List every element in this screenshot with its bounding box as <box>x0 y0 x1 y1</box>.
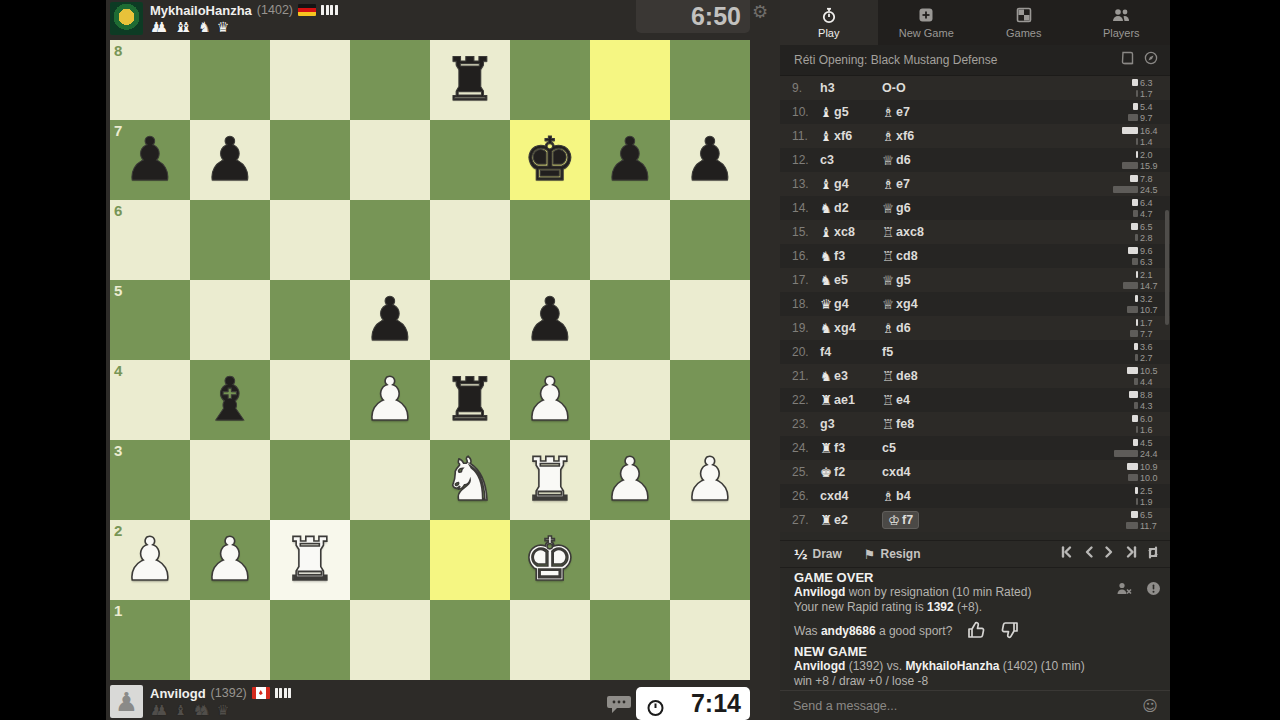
tab-label: Games <box>1006 27 1041 39</box>
white-piece-icon: ♜ <box>820 512 832 528</box>
move-times: 6.52.8 <box>1112 222 1166 243</box>
white-piece-icon: ♞ <box>820 272 832 288</box>
move-times: 10.910.0 <box>1112 462 1166 483</box>
black-move-9[interactable]: O-O <box>882 81 1112 95</box>
file-label-b: b <box>256 661 265 678</box>
square-e2[interactable] <box>430 520 510 600</box>
black-move-23[interactable]: ♖fe8 <box>882 416 1112 432</box>
move-times: 5.49.7 <box>1112 102 1166 123</box>
white-move-27[interactable]: ♜e2 <box>820 512 882 528</box>
white-move-11[interactable]: ♝xf6 <box>820 128 882 144</box>
connection-signal-icon <box>275 688 292 698</box>
black-move-27[interactable]: ♔f7 <box>882 511 1112 529</box>
game-over-result: Anvilogd won by resignation (10 min Rate… <box>794 585 1031 599</box>
square-h7[interactable]: ♟ <box>670 120 750 200</box>
move-row-27: 27.♜e2♔f76.511.7 <box>780 508 1170 532</box>
square-g8[interactable] <box>590 40 670 120</box>
white-move-17[interactable]: ♞e5 <box>820 272 882 288</box>
white-move-21[interactable]: ♞e3 <box>820 368 882 384</box>
black-bishop-b4[interactable]: ♝ <box>190 360 270 440</box>
black-piece-icon: ♗ <box>882 176 894 192</box>
move-number: 12. <box>792 153 820 167</box>
black-king-f7[interactable]: ♚ <box>510 120 590 200</box>
move-number: 25. <box>792 465 820 479</box>
square-g2[interactable] <box>590 520 670 600</box>
square-d5[interactable]: ♟ <box>350 280 430 360</box>
opening-name: Réti Opening: Black Mustang Defense <box>794 53 1121 67</box>
move-times: 2.114.7 <box>1112 270 1166 291</box>
board-icon <box>1016 7 1032 24</box>
tab-new-game[interactable]: New Game <box>878 0 976 45</box>
square-d1[interactable]: d <box>350 600 430 680</box>
square-f8[interactable] <box>510 40 590 120</box>
move-times: 2.51.9 <box>1112 486 1166 507</box>
file-label-g: g <box>656 661 665 678</box>
white-piece-icon: ♝ <box>820 224 832 240</box>
black-piece-icon: ♕ <box>882 200 894 216</box>
message-input[interactable]: Send a message... <box>793 699 1142 713</box>
move-times: 4.524.4 <box>1112 438 1166 459</box>
square-f6[interactable] <box>510 200 590 280</box>
move-number: 18. <box>792 297 820 311</box>
rank-label-5: 5 <box>114 282 122 299</box>
move-number: 13. <box>792 177 820 191</box>
go-to-start-button[interactable] <box>1060 545 1075 563</box>
square-h2[interactable] <box>670 520 750 600</box>
opening-row: Réti Opening: Black Mustang Defense <box>780 45 1170 76</box>
square-d4[interactable]: ♟ <box>350 360 430 440</box>
square-e3[interactable]: ♞ <box>430 440 510 520</box>
active-clock-icon <box>646 694 665 720</box>
rank-label-6: 6 <box>114 202 122 219</box>
move-times: 6.511.7 <box>1112 510 1166 531</box>
square-c6[interactable] <box>270 200 350 280</box>
rank-label-4: 4 <box>114 362 122 379</box>
black-piece-icon: ♖ <box>882 392 894 408</box>
settings-gear-icon[interactable]: ⚙ <box>752 1 768 22</box>
rating-update: Your new Rapid rating is 1392 (+8). <box>794 600 982 614</box>
black-move-17[interactable]: ♕g5 <box>882 272 1112 288</box>
file-label-d: d <box>416 661 425 678</box>
square-c7[interactable] <box>270 120 350 200</box>
move-times: 2.015.9 <box>1112 150 1166 171</box>
black-move-13[interactable]: ♗e7 <box>882 176 1112 192</box>
square-g7[interactable]: ♟ <box>590 120 670 200</box>
bottom-player-avatar[interactable]: ♟ <box>110 685 143 718</box>
resign-button[interactable]: ⚑ Resign <box>864 547 921 562</box>
next-move-button[interactable] <box>1103 545 1115 563</box>
square-c4[interactable] <box>270 360 350 440</box>
black-piece-icon: ♔ <box>888 512 900 528</box>
square-h8[interactable] <box>670 40 750 120</box>
black-piece-icon: ♗ <box>882 488 894 504</box>
white-king-f2[interactable]: ♚ <box>510 520 590 600</box>
square-h1[interactable]: h <box>670 600 750 680</box>
stopwatch-icon <box>821 7 837 24</box>
bottom-player-rating: (1392) <box>211 686 247 700</box>
move-times: 7.824.5 <box>1112 174 1166 195</box>
rating-odds: win +8 / draw +0 / lose -8 <box>794 674 928 688</box>
move-number: 20. <box>792 345 820 359</box>
white-pawn-f4[interactable]: ♟ <box>510 360 590 440</box>
black-piece-icon: ♕ <box>882 152 894 168</box>
square-g4[interactable] <box>590 360 670 440</box>
move-row-23: 23.g3♖fe86.01.6 <box>780 412 1170 436</box>
move-row-10: 10.♝g5♗e75.49.7 <box>780 100 1170 124</box>
white-move-23[interactable]: g3 <box>820 417 882 431</box>
square-h5[interactable] <box>670 280 750 360</box>
move-list-scrollbar[interactable] <box>1165 210 1169 325</box>
square-h6[interactable] <box>670 200 750 280</box>
rank-label-8: 8 <box>114 42 122 59</box>
message-row: Send a message... ☺ <box>780 690 1170 720</box>
new-game-title: NEW GAME <box>794 644 867 659</box>
black-move-26[interactable]: ♗b4 <box>882 488 1112 504</box>
move-times: 8.84.3 <box>1112 390 1166 411</box>
black-piece-icon: ♗ <box>882 128 894 144</box>
white-pawn-h3[interactable]: ♟ <box>670 440 750 520</box>
square-d2[interactable] <box>350 520 430 600</box>
new-game-matchup: Anvilogd (1392) vs. MykhailoHanzha (1402… <box>794 659 1085 673</box>
square-g6[interactable] <box>590 200 670 280</box>
move-row-13: 13.♝g4♗e77.824.5 <box>780 172 1170 196</box>
white-piece-icon: ♝ <box>820 104 832 120</box>
white-piece-icon: ♞ <box>820 368 832 384</box>
square-f4[interactable]: ♟ <box>510 360 590 440</box>
previous-move-button[interactable] <box>1083 545 1095 563</box>
germany-flag-icon <box>298 4 316 16</box>
white-piece-icon: ♛ <box>820 296 832 312</box>
move-row-12: 12.c3♕d62.015.9 <box>780 148 1170 172</box>
black-rook-e4[interactable]: ♜ <box>430 360 510 440</box>
black-piece-icon: ♗ <box>882 104 894 120</box>
square-d6[interactable] <box>350 200 430 280</box>
bottom-captured-pieces: ♟♟♝♞♞♛ <box>150 702 229 718</box>
move-row-15: 15.♝xc8♖axc86.52.8 <box>780 220 1170 244</box>
black-piece-icon: ♖ <box>882 248 894 264</box>
square-c8[interactable] <box>270 40 350 120</box>
black-move-12[interactable]: ♕d6 <box>882 152 1112 168</box>
sidebar-panel: PlayNew GameGamesPlayers Réti Opening: B… <box>780 0 1170 720</box>
file-label-f: f <box>580 661 585 678</box>
top-player-avatar[interactable] <box>110 2 143 35</box>
white-move-10[interactable]: ♝g5 <box>820 104 882 120</box>
square-h4[interactable] <box>670 360 750 440</box>
black-move-22[interactable]: ♖e4 <box>882 392 1112 408</box>
good-sport-prompt: Was andy8686 a good sport? <box>794 620 1020 643</box>
move-times: 9.66.3 <box>1112 246 1166 267</box>
report-icon[interactable] <box>1146 581 1161 600</box>
square-a5[interactable]: 5 <box>110 280 190 360</box>
black-move-11[interactable]: ♗xf6 <box>882 128 1112 144</box>
white-pawn-g3[interactable]: ♟ <box>590 440 670 520</box>
move-number: 14. <box>792 201 820 215</box>
explorer-compass-icon[interactable] <box>1144 51 1158 69</box>
white-piece-icon: ♝ <box>820 176 832 192</box>
square-a8[interactable]: 8 <box>110 40 190 120</box>
tab-label: Players <box>1103 27 1140 39</box>
white-move-9[interactable]: h3 <box>820 81 882 95</box>
move-times: 6.01.6 <box>1112 414 1166 435</box>
square-b4[interactable]: ♝ <box>190 360 270 440</box>
move-number: 26. <box>792 489 820 503</box>
square-b2[interactable]: ♟ <box>190 520 270 600</box>
move-row-25: 25.♚f2cxd410.910.0 <box>780 460 1170 484</box>
bottom-player-clock: 7:14 <box>636 687 750 720</box>
tab-players[interactable]: Players <box>1073 0 1171 45</box>
square-a7[interactable]: 7♟ <box>110 120 190 200</box>
move-times: 10.54.4 <box>1112 366 1166 387</box>
square-e6[interactable] <box>430 200 510 280</box>
move-row-22: 22.♜ae1♖e48.84.3 <box>780 388 1170 412</box>
draw-button[interactable]: ½ Draw <box>794 547 842 562</box>
square-f5[interactable]: ♟ <box>510 280 590 360</box>
square-g1[interactable]: g <box>590 600 670 680</box>
square-a3[interactable]: 3 <box>110 440 190 520</box>
move-row-26: 26.cxd4♗b42.51.9 <box>780 484 1170 508</box>
app-window: MykhailoHanzha (1402) ♟♟♝♝♞♛ ♟ Anvilogd … <box>0 0 1280 720</box>
white-piece-icon: ♞ <box>820 200 832 216</box>
white-rook-f3[interactable]: ♜ <box>510 440 590 520</box>
game-controls: ½ Draw ⚑ Resign <box>780 540 1170 568</box>
black-piece-icon: ♖ <box>882 224 894 240</box>
white-pawn-d4[interactable]: ♟ <box>350 360 430 440</box>
move-number: 21. <box>792 369 820 383</box>
white-move-16[interactable]: ♞f3 <box>820 248 882 264</box>
move-number: 27. <box>792 513 820 527</box>
square-f2[interactable]: ♚ <box>510 520 590 600</box>
emoji-smiley-icon[interactable]: ☺ <box>1142 697 1158 715</box>
top-player-clock: 6:50 <box>636 0 750 33</box>
square-d7[interactable] <box>350 120 430 200</box>
move-row-24: 24.♜f3c54.524.4 <box>780 436 1170 460</box>
square-b1[interactable]: b <box>190 600 270 680</box>
move-times: 1.77.7 <box>1112 318 1166 339</box>
white-pawn-b2[interactable]: ♟ <box>190 520 270 600</box>
top-captured-pieces: ♟♟♝♝♞♛ <box>150 19 229 35</box>
black-move-19[interactable]: ♗d6 <box>882 320 1112 336</box>
black-piece-icon: ♗ <box>882 320 894 336</box>
white-move-20[interactable]: f4 <box>820 345 882 359</box>
move-row-21: 21.♞e3♖de810.54.4 <box>780 364 1170 388</box>
white-move-19[interactable]: ♞xg4 <box>820 320 882 336</box>
move-row-9: 9.h3O-O6.31.7 <box>780 76 1170 100</box>
file-label-e: e <box>497 661 505 678</box>
white-move-12[interactable]: c3 <box>820 153 882 167</box>
square-f7[interactable]: ♚ <box>510 120 590 200</box>
opening-book-icon[interactable] <box>1121 51 1135 69</box>
white-move-14[interactable]: ♞d2 <box>820 200 882 216</box>
white-move-13[interactable]: ♝g4 <box>820 176 882 192</box>
white-move-25[interactable]: ♚f2 <box>820 464 882 480</box>
black-move-10[interactable]: ♗e7 <box>882 104 1112 120</box>
square-a1[interactable]: 1a <box>110 600 190 680</box>
black-piece-icon: ♕ <box>882 296 894 312</box>
move-list: 9.h3O-O6.31.710.♝g5♗e75.49.711.♝xf6♗xf61… <box>780 76 1170 540</box>
square-d3[interactable] <box>350 440 430 520</box>
white-rook-c2[interactable]: ♜ <box>270 520 350 600</box>
square-g3[interactable]: ♟ <box>590 440 670 520</box>
flip-board-button[interactable] <box>1146 545 1160 564</box>
thumbs-up-icon[interactable] <box>966 620 986 643</box>
game-over-title: GAME OVER <box>794 570 873 585</box>
square-a2[interactable]: 2♟ <box>110 520 190 600</box>
white-knight-e3[interactable]: ♞ <box>430 440 510 520</box>
square-e7[interactable] <box>430 120 510 200</box>
half-point-icon: ½ <box>794 547 807 562</box>
tab-label: Play <box>818 27 839 39</box>
square-e5[interactable] <box>430 280 510 360</box>
black-move-18[interactable]: ♕xg4 <box>882 296 1112 312</box>
white-move-18[interactable]: ♛g4 <box>820 296 882 312</box>
black-pawn-h7[interactable]: ♟ <box>670 120 750 200</box>
square-c2[interactable]: ♜ <box>270 520 350 600</box>
square-b7[interactable]: ♟ <box>190 120 270 200</box>
square-b8[interactable] <box>190 40 270 120</box>
move-number: 10. <box>792 105 820 119</box>
square-b3[interactable] <box>190 440 270 520</box>
square-c1[interactable]: c <box>270 600 350 680</box>
move-row-17: 17.♞e5♕g52.114.7 <box>780 268 1170 292</box>
move-number: 16. <box>792 249 820 263</box>
white-piece-icon: ♞ <box>820 248 832 264</box>
square-a4[interactable]: 4 <box>110 360 190 440</box>
move-row-19: 19.♞xg4♗d61.77.7 <box>780 316 1170 340</box>
move-times: 16.41.4 <box>1112 126 1166 147</box>
top-player-name[interactable]: MykhailoHanzha <box>150 3 252 18</box>
white-pawn-a2[interactable]: ♟ <box>110 520 190 600</box>
square-a6[interactable]: 6 <box>110 200 190 280</box>
chat-bubble-icon[interactable] <box>606 693 632 719</box>
players-icon <box>1112 7 1130 24</box>
tab-play[interactable]: Play <box>780 0 878 45</box>
block-player-icon[interactable] <box>1116 581 1132 600</box>
black-pawn-a7[interactable]: ♟ <box>110 120 190 200</box>
tab-games[interactable]: Games <box>975 0 1073 45</box>
plus-icon <box>918 7 934 24</box>
square-h3[interactable]: ♟ <box>670 440 750 520</box>
black-rook-e8[interactable]: ♜ <box>430 40 510 120</box>
chess-board[interactable]: 8♜7♟♟♚♟♟65♟♟4♝♟♜♟3♞♜♟♟2♟♟♜♚1abcdefgh <box>110 40 750 680</box>
tab-label: New Game <box>899 27 954 39</box>
move-number: 23. <box>792 417 820 431</box>
move-number: 17. <box>792 273 820 287</box>
move-row-11: 11.♝xf6♗xf616.41.4 <box>780 124 1170 148</box>
tab-bar: PlayNew GameGamesPlayers <box>780 0 1170 45</box>
black-move-16[interactable]: ♖cd8 <box>882 248 1112 264</box>
resign-flag-icon: ⚑ <box>864 547 876 562</box>
move-times: 3.210.7 <box>1112 294 1166 315</box>
square-b6[interactable] <box>190 200 270 280</box>
square-e4[interactable]: ♜ <box>430 360 510 440</box>
file-label-c: c <box>337 661 345 678</box>
move-row-14: 14.♞d2♕g66.44.7 <box>780 196 1170 220</box>
square-b5[interactable] <box>190 280 270 360</box>
square-d8[interactable] <box>350 40 430 120</box>
move-number: 22. <box>792 393 820 407</box>
move-times: 6.31.7 <box>1112 78 1166 99</box>
square-f3[interactable]: ♜ <box>510 440 590 520</box>
square-f1[interactable]: f <box>510 600 590 680</box>
square-e1[interactable]: e <box>430 600 510 680</box>
go-to-end-button[interactable] <box>1123 545 1138 563</box>
move-number: 15. <box>792 225 820 239</box>
black-piece-icon: ♕ <box>882 272 894 288</box>
black-move-24[interactable]: c5 <box>882 441 1112 455</box>
black-move-21[interactable]: ♖de8 <box>882 368 1112 384</box>
canada-flag-icon <box>252 687 270 699</box>
black-piece-icon: ♖ <box>882 368 894 384</box>
white-piece-icon: ♚ <box>820 464 832 480</box>
black-pawn-f5[interactable]: ♟ <box>510 280 590 360</box>
white-piece-icon: ♜ <box>820 440 832 456</box>
black-pawn-d5[interactable]: ♟ <box>350 280 430 360</box>
rank-label-3: 3 <box>114 442 122 459</box>
white-move-26[interactable]: cxd4 <box>820 489 882 503</box>
white-move-22[interactable]: ♜ae1 <box>820 392 882 408</box>
black-move-14[interactable]: ♕g6 <box>882 200 1112 216</box>
white-piece-icon: ♞ <box>820 320 832 336</box>
move-number: 11. <box>792 129 820 143</box>
black-move-15[interactable]: ♖axc8 <box>882 224 1112 240</box>
white-piece-icon: ♝ <box>820 128 832 144</box>
connection-signal-icon <box>321 5 338 15</box>
move-number: 9. <box>792 81 820 95</box>
white-piece-icon: ♜ <box>820 392 832 408</box>
file-label-h: h <box>736 661 745 678</box>
move-number: 24. <box>792 441 820 455</box>
square-c3[interactable] <box>270 440 350 520</box>
square-c5[interactable] <box>270 280 350 360</box>
white-move-24[interactable]: ♜f3 <box>820 440 882 456</box>
black-pawn-b7[interactable]: ♟ <box>190 120 270 200</box>
black-piece-icon: ♖ <box>882 416 894 432</box>
move-row-18: 18.♛g4♕xg43.210.7 <box>780 292 1170 316</box>
file-label-a: a <box>177 661 185 678</box>
rank-label-1: 1 <box>114 602 122 619</box>
black-move-25[interactable]: cxd4 <box>882 465 1112 479</box>
square-e8[interactable]: ♜ <box>430 40 510 120</box>
bottom-player-name[interactable]: Anvilogd <box>150 686 206 701</box>
white-move-15[interactable]: ♝xc8 <box>820 224 882 240</box>
black-move-20[interactable]: f5 <box>882 345 1112 359</box>
move-row-16: 16.♞f3♖cd89.66.3 <box>780 244 1170 268</box>
move-number: 19. <box>792 321 820 335</box>
thumbs-down-icon[interactable] <box>1000 620 1020 643</box>
black-pawn-g7[interactable]: ♟ <box>590 120 670 200</box>
top-player-rating: (1402) <box>257 3 293 17</box>
move-times: 6.44.7 <box>1112 198 1166 219</box>
move-times: 3.62.7 <box>1112 342 1166 363</box>
square-g5[interactable] <box>590 280 670 360</box>
move-row-20: 20.f4f53.62.7 <box>780 340 1170 364</box>
